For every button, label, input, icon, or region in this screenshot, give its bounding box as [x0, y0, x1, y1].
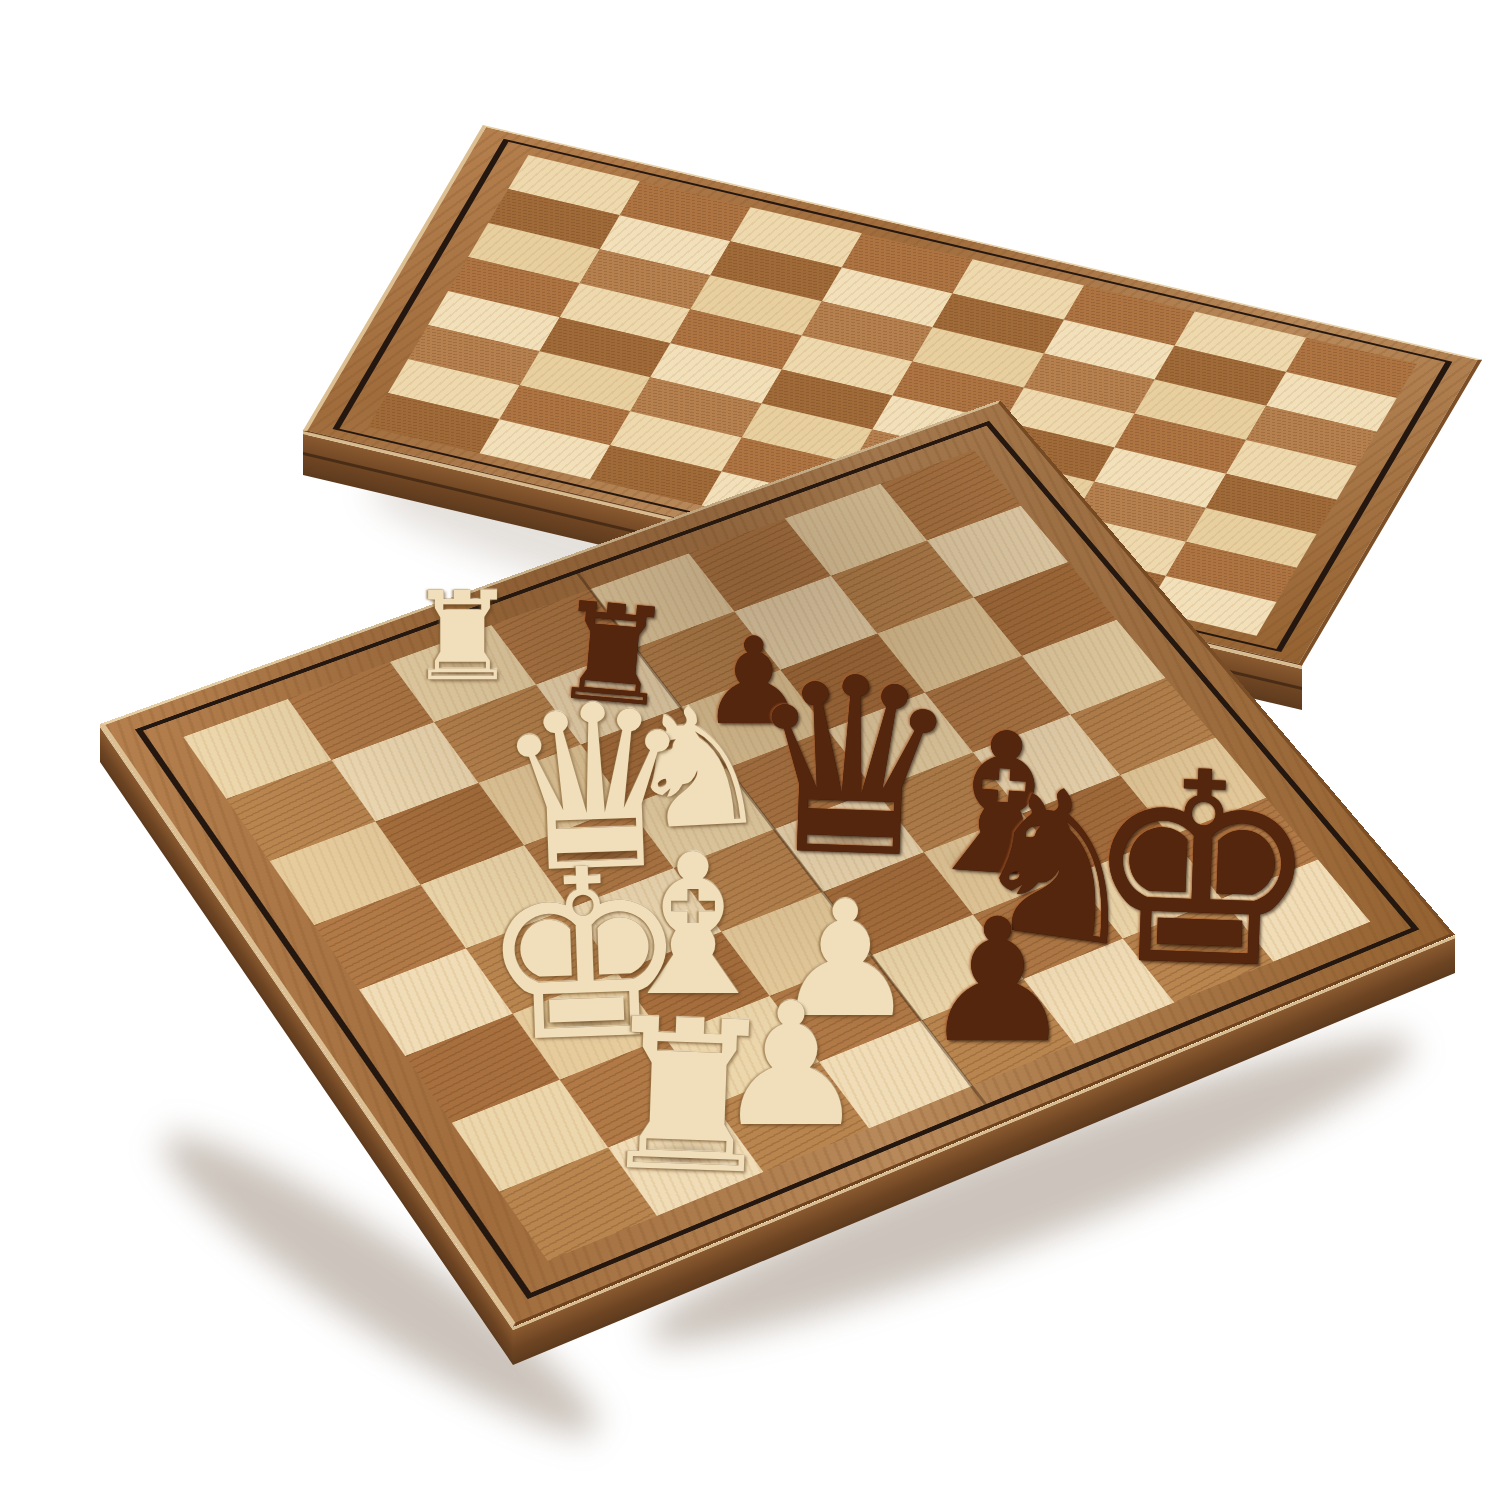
piece-white-rook-b1: ♜ — [591, 990, 785, 1204]
piece-dark-pawn-e1: ♟ — [921, 896, 1074, 1066]
piece-dark-king-g1: ♚ — [1078, 734, 1324, 1007]
chess-set-product-photo: ♜♜♟♞♛♛♝♚♝♞♟♟♚♟♜ — [0, 0, 1500, 1500]
